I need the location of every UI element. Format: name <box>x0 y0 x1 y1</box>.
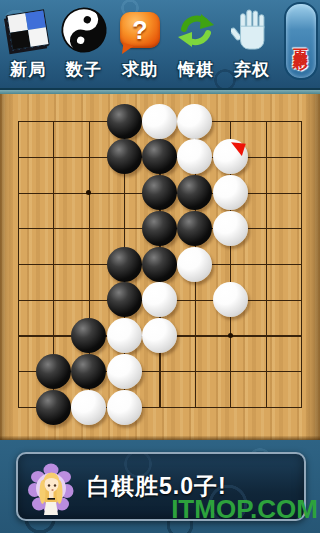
black-stone <box>36 354 71 389</box>
black-stone <box>107 247 142 282</box>
question-mark: ? <box>132 18 147 43</box>
black-stone <box>71 318 106 353</box>
toolbar: 新局 数子 ? 求助 <box>0 0 320 90</box>
black-stone <box>107 282 142 317</box>
count-stones-button[interactable]: 数子 <box>56 0 112 88</box>
black-stone <box>36 390 71 425</box>
black-stone <box>107 139 142 174</box>
new-game-label: 新局 <box>10 58 46 81</box>
girl-avatar <box>28 459 74 515</box>
black-stone <box>142 247 177 282</box>
more-button[interactable]: 更多精彩 <box>284 2 318 80</box>
toolbar-buttons: 新局 数子 ? 求助 <box>0 0 280 88</box>
white-stone <box>177 139 212 174</box>
star-point <box>86 190 91 195</box>
app-screen: 新局 数子 ? 求助 <box>0 0 320 533</box>
black-stone <box>142 139 177 174</box>
more-button-label: 更多精彩 <box>294 37 309 45</box>
pass-label: 弃权 <box>234 58 270 81</box>
go-board[interactable] <box>0 90 320 440</box>
help-button[interactable]: ? 求助 <box>112 0 168 88</box>
question-bubble-icon: ? <box>120 6 160 54</box>
white-stone <box>107 390 142 425</box>
white-stone <box>142 318 177 353</box>
board-grid[interactable] <box>18 121 302 408</box>
white-stone <box>142 282 177 317</box>
pass-button[interactable]: 弃权 <box>224 0 280 88</box>
undo-arrows-icon <box>172 6 220 54</box>
black-stone <box>71 354 106 389</box>
white-stone <box>107 354 142 389</box>
bottom-panel: 白棋胜5.0子! ITMOP.COM <box>0 440 320 533</box>
white-stone <box>213 282 248 317</box>
black-stone <box>142 175 177 210</box>
undo-label: 悔棋 <box>178 58 214 81</box>
black-stone <box>107 104 142 139</box>
white-stone <box>142 104 177 139</box>
white-stone <box>213 175 248 210</box>
white-stone <box>177 104 212 139</box>
watermark: ITMOP.COM <box>171 494 318 525</box>
count-stones-label: 数子 <box>66 58 102 81</box>
star-point <box>228 333 233 338</box>
black-stone <box>142 211 177 246</box>
white-stone <box>177 247 212 282</box>
board-checker-icon <box>9 6 47 54</box>
white-stone <box>71 390 106 425</box>
white-stone <box>213 139 248 174</box>
white-stone <box>213 211 248 246</box>
new-game-button[interactable]: 新局 <box>0 0 56 88</box>
last-move-marker <box>231 142 246 156</box>
yinyang-icon <box>61 6 107 54</box>
help-label: 求助 <box>122 58 158 81</box>
black-stone <box>177 211 212 246</box>
white-stone <box>107 318 142 353</box>
undo-button[interactable]: 悔棋 <box>168 0 224 88</box>
black-stone <box>177 175 212 210</box>
hand-icon <box>231 6 273 54</box>
